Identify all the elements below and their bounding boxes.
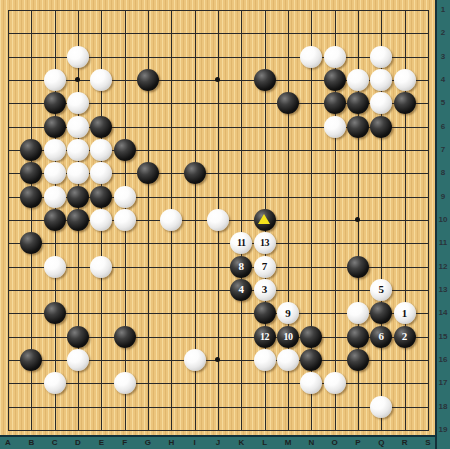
white-stone[interactable] (114, 209, 136, 231)
row-label-2: 2 (437, 28, 449, 38)
black-stone[interactable] (67, 209, 89, 231)
column-label-O: O (329, 438, 341, 448)
row-label-13: 13 (437, 285, 449, 295)
move-number-label: 5 (378, 284, 384, 295)
white-stone[interactable] (324, 46, 346, 68)
row-label-4: 4 (437, 75, 449, 85)
white-stone[interactable] (90, 162, 112, 184)
white-stone[interactable] (67, 46, 89, 68)
column-label-H: H (165, 438, 177, 448)
move-number-label: 13 (260, 238, 269, 248)
black-stone[interactable] (347, 326, 369, 348)
black-stone[interactable] (20, 349, 42, 371)
black-stone[interactable] (20, 162, 42, 184)
black-stone[interactable] (44, 92, 66, 114)
black-stone[interactable] (347, 256, 369, 278)
move-number-label: 1 (402, 308, 408, 319)
white-stone[interactable] (347, 302, 369, 324)
row-label-8: 8 (437, 168, 449, 178)
white-stone[interactable] (370, 92, 392, 114)
column-label-A: A (2, 438, 14, 448)
black-stone[interactable] (254, 209, 276, 231)
black-stone[interactable]: 4 (230, 279, 252, 301)
white-stone[interactable] (90, 139, 112, 161)
white-stone[interactable] (394, 69, 416, 91)
row-label-10: 10 (437, 215, 449, 225)
move-number-label: 6 (378, 331, 384, 342)
white-stone[interactable]: 11 (230, 232, 252, 254)
black-stone[interactable] (137, 69, 159, 91)
column-label-R: R (399, 438, 411, 448)
black-stone[interactable] (254, 302, 276, 324)
white-stone[interactable] (277, 349, 299, 371)
black-stone[interactable] (114, 139, 136, 161)
black-stone[interactable] (370, 116, 392, 138)
column-label-L: L (259, 438, 271, 448)
black-stone[interactable] (44, 209, 66, 231)
black-stone[interactable] (324, 92, 346, 114)
black-stone[interactable]: 10 (277, 326, 299, 348)
white-stone[interactable] (90, 209, 112, 231)
black-stone[interactable] (90, 186, 112, 208)
column-label-C: C (49, 438, 61, 448)
black-stone[interactable] (137, 162, 159, 184)
white-stone[interactable] (347, 69, 369, 91)
move-number-label: 11 (237, 238, 245, 248)
column-label-E: E (95, 438, 107, 448)
column-label-K: K (235, 438, 247, 448)
row-label-3: 3 (437, 52, 449, 62)
row-label-14: 14 (437, 308, 449, 318)
white-stone[interactable] (114, 186, 136, 208)
column-label-M: M (282, 438, 294, 448)
move-number-label: 12 (260, 332, 269, 342)
white-stone[interactable]: 9 (277, 302, 299, 324)
black-stone[interactable] (347, 116, 369, 138)
white-stone[interactable] (324, 116, 346, 138)
move-number-label: 8 (239, 261, 245, 272)
white-stone[interactable]: 3 (254, 279, 276, 301)
black-stone[interactable]: 8 (230, 256, 252, 278)
black-stone[interactable] (67, 326, 89, 348)
black-stone[interactable] (184, 162, 206, 184)
black-stone[interactable] (20, 139, 42, 161)
white-stone[interactable] (67, 139, 89, 161)
white-stone[interactable] (114, 372, 136, 394)
white-stone[interactable] (44, 139, 66, 161)
row-label-11: 11 (437, 238, 449, 248)
white-stone[interactable] (44, 186, 66, 208)
go-board[interactable]: 11138743591121062 (0, 0, 440, 442)
white-stone[interactable]: 5 (370, 279, 392, 301)
white-stone[interactable] (300, 46, 322, 68)
black-stone[interactable] (44, 116, 66, 138)
column-label-J: J (212, 438, 224, 448)
black-stone[interactable] (114, 326, 136, 348)
black-stone[interactable] (44, 302, 66, 324)
row-label-15: 15 (437, 332, 449, 342)
move-number-label: 7 (262, 261, 268, 272)
column-label-I: I (189, 438, 201, 448)
column-label-S: S (422, 438, 434, 448)
black-stone[interactable] (394, 92, 416, 114)
row-label-1: 1 (437, 5, 449, 15)
white-stone[interactable] (44, 372, 66, 394)
white-stone[interactable] (44, 256, 66, 278)
white-stone[interactable] (370, 69, 392, 91)
row-label-9: 9 (437, 192, 449, 202)
white-stone[interactable] (44, 162, 66, 184)
black-stone[interactable] (347, 349, 369, 371)
row-label-5: 5 (437, 98, 449, 108)
row-label-19: 19 (437, 425, 449, 435)
white-stone[interactable] (370, 46, 392, 68)
black-stone[interactable] (370, 302, 392, 324)
row-label-12: 12 (437, 262, 449, 272)
black-stone[interactable] (347, 92, 369, 114)
black-stone[interactable] (300, 326, 322, 348)
black-stone[interactable] (324, 69, 346, 91)
white-stone[interactable] (184, 349, 206, 371)
row-label-6: 6 (437, 122, 449, 132)
white-stone[interactable] (300, 372, 322, 394)
move-number-label: 3 (262, 284, 268, 295)
triangle-mark-icon (258, 214, 270, 224)
move-number-label: 9 (285, 308, 291, 319)
column-label-Q: Q (375, 438, 387, 448)
go-app-window: 11138743591121062 1234567891011121314151… (0, 0, 450, 449)
white-stone[interactable]: 7 (254, 256, 276, 278)
white-stone[interactable]: 1 (394, 302, 416, 324)
black-stone[interactable] (20, 232, 42, 254)
row-label-18: 18 (437, 402, 449, 412)
white-stone[interactable] (254, 349, 276, 371)
row-label-16: 16 (437, 355, 449, 365)
black-stone[interactable] (277, 92, 299, 114)
white-stone[interactable] (160, 209, 182, 231)
black-stone[interactable] (300, 349, 322, 371)
row-label-7: 7 (437, 145, 449, 155)
black-stone[interactable] (254, 69, 276, 91)
black-stone[interactable]: 12 (254, 326, 276, 348)
black-stone[interactable]: 6 (370, 326, 392, 348)
white-stone[interactable] (67, 349, 89, 371)
move-number-label: 10 (283, 332, 292, 342)
white-stone[interactable] (90, 69, 112, 91)
move-number-label: 4 (239, 284, 245, 295)
column-coordinates-strip: ABCDEFGHIJKLMNOPQRS (0, 435, 450, 449)
white-stone[interactable] (67, 162, 89, 184)
black-stone[interactable] (90, 116, 112, 138)
column-label-N: N (305, 438, 317, 448)
column-label-F: F (119, 438, 131, 448)
white-stone[interactable]: 13 (254, 232, 276, 254)
column-label-P: P (352, 438, 364, 448)
move-number-label: 2 (402, 331, 408, 342)
white-stone[interactable] (67, 92, 89, 114)
white-stone[interactable] (207, 209, 229, 231)
white-stone[interactable] (90, 256, 112, 278)
black-stone[interactable]: 2 (394, 326, 416, 348)
white-stone[interactable] (67, 116, 89, 138)
white-stone[interactable] (324, 372, 346, 394)
row-coordinates-strip: 12345678910111213141516171819 (435, 0, 450, 449)
black-stone[interactable] (20, 186, 42, 208)
black-stone[interactable] (67, 186, 89, 208)
column-label-G: G (142, 438, 154, 448)
white-stone[interactable] (44, 69, 66, 91)
column-label-B: B (25, 438, 37, 448)
white-stone[interactable] (370, 396, 392, 418)
column-label-D: D (72, 438, 84, 448)
row-label-17: 17 (437, 378, 449, 388)
